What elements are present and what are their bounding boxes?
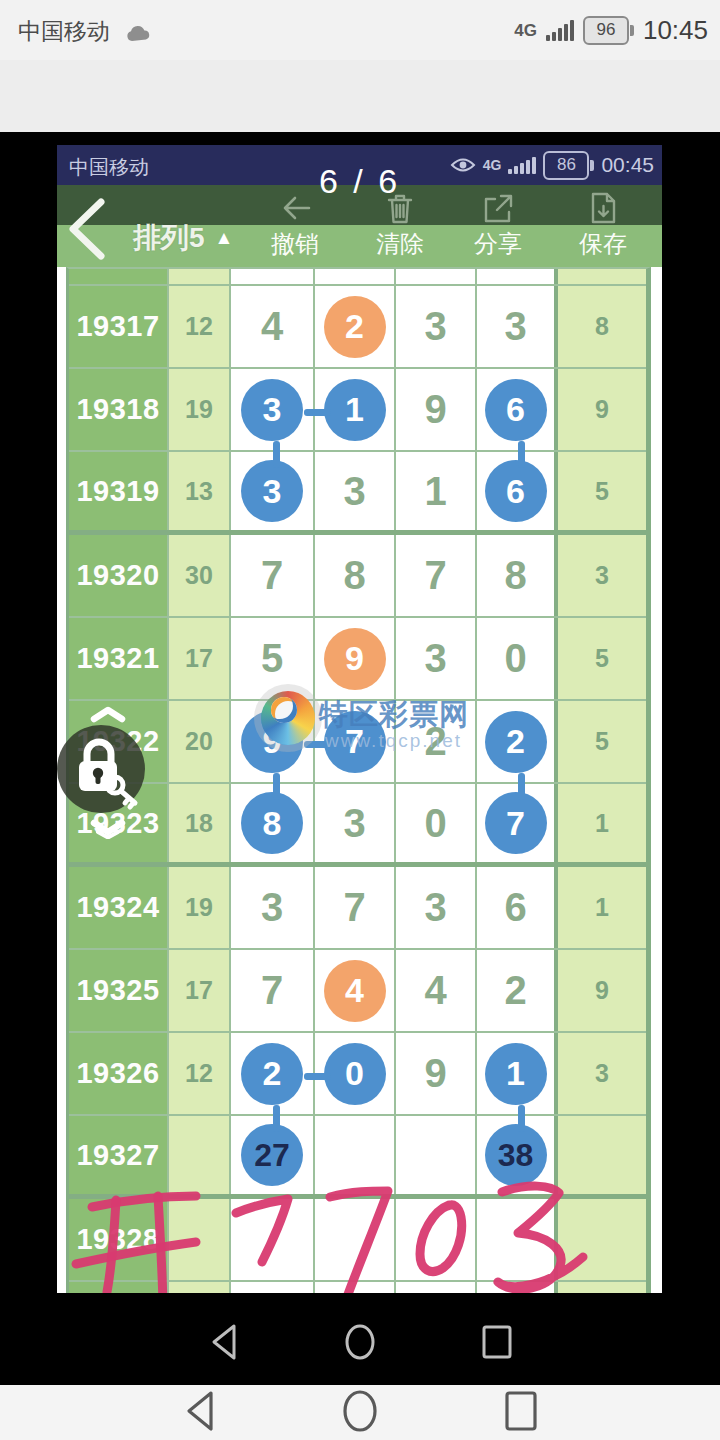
digit-cell: 2	[477, 950, 558, 1031]
connector-line	[518, 773, 525, 800]
trend-row-19326: 193261220913	[69, 1033, 646, 1116]
digit-cell: 2	[315, 286, 396, 367]
tail-cell: 1	[558, 784, 646, 862]
network-4g-icon: 4G	[514, 22, 537, 39]
partial-row-top	[69, 269, 646, 286]
watermark-url: www.tqcp.net	[325, 730, 462, 752]
tail-cell: 1	[558, 867, 646, 948]
digit-cell: 3	[396, 867, 477, 948]
digit-cell: 3	[477, 286, 558, 367]
sum-cell: 17	[169, 950, 231, 1031]
orange-mark: 9	[324, 628, 386, 690]
chevron-up-icon[interactable]	[84, 705, 132, 723]
partial-row-bottom	[69, 1282, 646, 1293]
sum-cell: 30	[169, 535, 231, 616]
nav-back-icon[interactable]	[181, 1388, 219, 1434]
digit-cell: 9	[396, 369, 477, 450]
tail-cell: 9	[558, 369, 646, 450]
watermark-logo-icon	[261, 691, 315, 745]
trend-row-19324: 193241937361	[69, 867, 646, 950]
blue-mark: 38	[485, 1124, 547, 1186]
blue-mark: 3	[241, 379, 303, 441]
watermark-title: 特区彩票网	[319, 695, 469, 735]
lock-key-icon[interactable]	[57, 723, 147, 815]
sum-cell	[169, 1116, 231, 1194]
period-cell: 19327	[69, 1116, 169, 1194]
inner-nav-back-icon	[207, 1322, 241, 1362]
digit-cell	[396, 1116, 477, 1194]
tail-cell	[558, 1199, 646, 1280]
tail-cell: 9	[558, 950, 646, 1031]
blue-mark: 6	[485, 379, 547, 441]
blue-mark: 0	[324, 1043, 386, 1105]
period-cell: 19324	[69, 867, 169, 948]
period-cell: 19317	[69, 286, 169, 367]
sum-cell: 12	[169, 286, 231, 367]
period-cell: 19320	[69, 535, 169, 616]
tail-cell: 5	[558, 452, 646, 530]
clock: 10:45	[643, 15, 708, 46]
inner-nav-recents-icon	[480, 1322, 514, 1362]
viewer-page-counter: 6 / 6	[57, 162, 662, 201]
connector-line	[304, 409, 331, 416]
sum-cell: 17	[169, 618, 231, 699]
system-nav-bar	[0, 1385, 720, 1440]
save-label: 保存	[579, 228, 627, 260]
blue-mark: 8	[241, 792, 303, 854]
digit-cell: 7	[396, 535, 477, 616]
digit-cell: 8	[477, 535, 558, 616]
tail-cell: 5	[558, 701, 646, 782]
cloud-icon	[124, 24, 154, 44]
digit-cell	[396, 1199, 477, 1280]
digit-cell: 1	[477, 1033, 558, 1114]
period-cell: 19325	[69, 950, 169, 1031]
trend-row-19325: 193251774429	[69, 950, 646, 1033]
digit-cell: 4	[396, 950, 477, 1031]
trend-row-19318: 193181931969	[69, 369, 646, 452]
digit-cell: 4	[315, 950, 396, 1031]
back-icon[interactable]	[65, 197, 109, 263]
period-cell: 19321	[69, 618, 169, 699]
blue-mark: 6	[485, 460, 547, 522]
inner-nav-home-icon	[343, 1322, 377, 1362]
digit-cell: 7	[231, 535, 315, 616]
connector-line	[518, 441, 525, 468]
connector-line	[518, 1105, 525, 1132]
digit-cell: 9	[396, 1033, 477, 1114]
lottery-name: 排列5	[133, 219, 205, 257]
chevron-down-icon[interactable]	[84, 819, 132, 839]
trend-row-19320: 193203078783	[69, 535, 646, 618]
undo-label: 撤销	[271, 228, 319, 260]
digit-cell: 3	[396, 618, 477, 699]
connector-line	[304, 1073, 331, 1080]
share-label: 分享	[474, 228, 522, 260]
digit-cell: 3	[396, 286, 477, 367]
tail-cell	[558, 1116, 646, 1194]
tail-cell: 5	[558, 618, 646, 699]
status-indicators: 4G 96 10:45	[514, 0, 708, 60]
digit-cell: 4	[231, 286, 315, 367]
digit-cell: 5	[231, 618, 315, 699]
digit-cell: 3	[315, 784, 396, 862]
digit-cell	[315, 1199, 396, 1280]
connector-line	[273, 441, 280, 468]
blue-mark: 2	[485, 711, 547, 773]
digit-cell: 2	[477, 701, 558, 782]
orange-mark: 4	[324, 960, 386, 1022]
digit-cell: 0	[477, 618, 558, 699]
connector-line	[273, 1105, 280, 1132]
digit-cell	[315, 1116, 396, 1194]
screenshot-image[interactable]: 中国移动 4G 86 00:45 排列5	[57, 145, 662, 1293]
period-cell: 19326	[69, 1033, 169, 1114]
sum-cell: 18	[169, 784, 231, 862]
sum-cell: 19	[169, 867, 231, 948]
digit-cell: 3	[231, 867, 315, 948]
clear-label: 清除	[376, 228, 424, 260]
blue-mark: 3	[241, 460, 303, 522]
sum-cell: 19	[169, 369, 231, 450]
image-viewer-stage: 中国移动 4G 86 00:45 排列5	[0, 132, 720, 1385]
sum-cell: 20	[169, 701, 231, 782]
digit-cell: 6	[477, 867, 558, 948]
digit-cell: 7	[315, 867, 396, 948]
carrier-label: 中国移动	[18, 16, 110, 47]
sum-cell: 12	[169, 1033, 231, 1114]
nav-home-icon[interactable]	[341, 1388, 379, 1434]
blue-mark: 7	[485, 792, 547, 854]
blue-mark: 1	[324, 379, 386, 441]
dropdown-triangle-icon: ▲	[215, 227, 234, 249]
tail-cell: 8	[558, 286, 646, 367]
digit-cell: 6	[477, 369, 558, 450]
app-header: × 排列三五点播厅(1元/次) •••	[0, 60, 720, 132]
trend-row-19317: 193171242338	[69, 286, 646, 369]
blue-mark: 1	[485, 1043, 547, 1105]
screen: 中国移动 4G 96 10:45 × 排列三五点播厅(1元/次) ••• 中国移…	[0, 0, 720, 1440]
digit-cell: 7	[231, 950, 315, 1031]
period-cell: 19319	[69, 452, 169, 530]
trend-row-19319: 193191333165	[69, 452, 646, 535]
connector-line	[273, 773, 280, 800]
blue-mark: 2	[241, 1043, 303, 1105]
trend-row-19327: 193272738	[69, 1116, 646, 1199]
trend-row-19321: 193211759305	[69, 618, 646, 701]
digit-cell: 9	[315, 618, 396, 699]
blue-mark: 27	[241, 1124, 303, 1186]
digit-cell: 8	[315, 535, 396, 616]
period-cell: 19328	[69, 1199, 169, 1280]
nav-recents-icon[interactable]	[502, 1388, 540, 1434]
trend-row-19328: 19328	[69, 1199, 646, 1282]
sum-cell	[169, 1199, 231, 1280]
orange-mark: 2	[324, 296, 386, 358]
digit-cell: 3	[231, 369, 315, 450]
period-cell: 19318	[69, 369, 169, 450]
signal-bars-icon	[546, 20, 574, 41]
sum-cell: 13	[169, 452, 231, 530]
digit-cell: 0	[396, 784, 477, 862]
outer-status-bar: 中国移动 4G 96 10:45	[0, 0, 720, 60]
lottery-selector[interactable]: 排列5 ▲	[133, 219, 233, 257]
digit-cell: 2	[231, 1033, 315, 1114]
digit-cell	[477, 1199, 558, 1280]
lock-tool[interactable]	[57, 705, 163, 855]
tail-cell: 3	[558, 1033, 646, 1114]
digit-cell	[231, 1199, 315, 1280]
digit-cell: 3	[315, 452, 396, 530]
digit-cell: 1	[396, 452, 477, 530]
battery-icon: 96	[583, 16, 634, 45]
tail-cell: 3	[558, 535, 646, 616]
